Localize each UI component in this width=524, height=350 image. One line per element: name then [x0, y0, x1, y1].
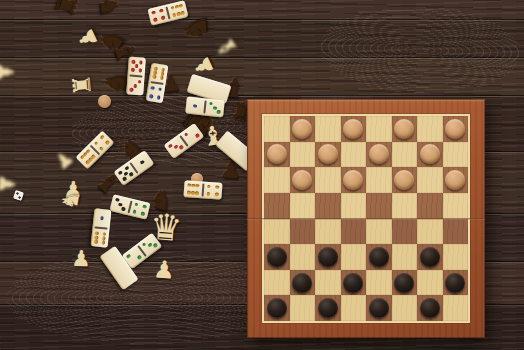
- checker-piece-light[interactable]: [343, 119, 363, 139]
- domino[interactable]: [146, 63, 169, 103]
- domino-pip: [161, 16, 166, 21]
- board-square[interactable]: [315, 193, 341, 219]
- domino-pip: [121, 207, 126, 212]
- domino-pip: [129, 88, 133, 92]
- chess-piece-light-pawn[interactable]: ♟: [0, 61, 16, 83]
- board-square[interactable]: [417, 193, 443, 219]
- board-square[interactable]: [366, 295, 392, 321]
- domino-pip: [213, 106, 217, 110]
- domino-pip: [99, 146, 104, 151]
- domino-pip: [101, 240, 105, 244]
- domino-half: [149, 63, 169, 84]
- domino-half: [129, 199, 151, 220]
- board-square[interactable]: [315, 219, 341, 245]
- domino-pip: [137, 255, 142, 260]
- board-square[interactable]: [366, 244, 392, 270]
- domino-pip: [115, 197, 120, 202]
- domino-pip: [195, 133, 200, 138]
- domino-pip: [130, 68, 134, 72]
- domino-pip: [132, 210, 137, 215]
- board-fold-line: [247, 218, 485, 220]
- board-square[interactable]: [417, 116, 443, 142]
- domino-pip: [178, 3, 183, 8]
- board-square[interactable]: [443, 167, 469, 193]
- chess-piece-dark-knight[interactable]: ♞: [96, 0, 122, 19]
- checker-piece-dark[interactable]: [394, 273, 414, 293]
- domino[interactable]: [126, 56, 146, 95]
- checker-piece-dark[interactable]: [369, 247, 389, 267]
- domino-pip: [99, 135, 104, 140]
- domino-pip: [157, 95, 161, 99]
- board-square[interactable]: [417, 295, 443, 321]
- domino-pip: [122, 177, 127, 182]
- board-square[interactable]: [443, 193, 469, 219]
- checker-piece-dark[interactable]: [292, 273, 312, 293]
- board-square[interactable]: [341, 219, 367, 245]
- domino-pip: [140, 212, 145, 217]
- chess-piece-light-bishop[interactable]: ♝: [211, 31, 243, 62]
- board-square[interactable]: [417, 167, 443, 193]
- domino[interactable]: [183, 180, 222, 200]
- board-square[interactable]: [290, 167, 316, 193]
- checker-piece-light[interactable]: [267, 144, 287, 164]
- board-square[interactable]: [315, 142, 341, 168]
- board-square[interactable]: [341, 270, 367, 296]
- domino-pip: [100, 216, 104, 220]
- chess-piece-light-rook[interactable]: ♜: [69, 73, 95, 97]
- board-square[interactable]: [315, 244, 341, 270]
- chess-piece-light-pawn[interactable]: ♟: [74, 24, 102, 51]
- domino-half: [91, 228, 110, 248]
- board-square[interactable]: [264, 142, 290, 168]
- domino-pip: [158, 87, 162, 91]
- board-square[interactable]: [264, 167, 290, 193]
- tabletop-scene: ♜♞♞♞♝♞♟♝♚♜♟♞♝♞♟♟♝♟♜♝♟♟♟♟♞♛♟♟: [0, 0, 524, 350]
- domino-pip: [180, 11, 185, 16]
- board-square[interactable]: [443, 295, 469, 321]
- domino-pip: [105, 140, 110, 145]
- chess-piece-light-pawn[interactable]: ♟: [51, 147, 78, 174]
- domino-half: [126, 76, 144, 95]
- domino-pip: [94, 141, 99, 146]
- domino-pip: [118, 170, 123, 175]
- domino-pip: [124, 165, 129, 170]
- domino-pip: [159, 8, 164, 13]
- domino-pip: [135, 64, 139, 68]
- domino-half: [148, 5, 170, 26]
- checker-piece-light[interactable]: [292, 170, 312, 190]
- domino-pip: [149, 94, 153, 98]
- checker-piece-light[interactable]: [292, 119, 312, 139]
- domino-pip: [184, 132, 189, 137]
- board-square[interactable]: [315, 116, 341, 142]
- domino[interactable]: [110, 194, 151, 220]
- board-square[interactable]: [366, 270, 392, 296]
- domino-pip: [216, 110, 220, 114]
- domino-half: [183, 180, 202, 198]
- domino-pip: [147, 242, 152, 247]
- domino-pip: [123, 171, 128, 176]
- domino-pip: [94, 239, 98, 243]
- board-square[interactable]: [290, 295, 316, 321]
- board-square[interactable]: [290, 142, 316, 168]
- board-square[interactable]: [341, 244, 367, 270]
- domino-half: [185, 97, 205, 116]
- checker-piece-dark[interactable]: [267, 247, 287, 267]
- board-square[interactable]: [264, 270, 290, 296]
- domino-pip: [138, 69, 142, 73]
- domino-pip: [209, 102, 213, 106]
- checker-piece-dark[interactable]: [420, 247, 440, 267]
- board-square[interactable]: [290, 244, 316, 270]
- board-square[interactable]: [417, 219, 443, 245]
- domino-pip: [134, 202, 139, 207]
- board-square[interactable]: [366, 219, 392, 245]
- loose-checker-disc[interactable]: [98, 95, 111, 108]
- board-square[interactable]: [443, 116, 469, 142]
- board-square[interactable]: [443, 142, 469, 168]
- checker-piece-light[interactable]: [445, 119, 465, 139]
- domino-pip: [195, 191, 199, 195]
- checker-piece-dark[interactable]: [445, 273, 465, 293]
- checker-piece-light[interactable]: [343, 170, 363, 190]
- chess-piece-light-pawn[interactable]: ♟: [71, 248, 91, 271]
- board-square[interactable]: [392, 295, 418, 321]
- domino-pip: [206, 192, 210, 196]
- chess-piece-dark-knight[interactable]: ♞: [180, 13, 212, 42]
- domino-half: [146, 82, 166, 103]
- domino-pip: [173, 144, 178, 149]
- checker-piece-dark[interactable]: [369, 298, 389, 318]
- checkers-board: [247, 99, 485, 338]
- board-square[interactable]: [366, 193, 392, 219]
- board-square[interactable]: [392, 244, 418, 270]
- board-square[interactable]: [290, 116, 316, 142]
- board-square[interactable]: [315, 295, 341, 321]
- chess-piece-dark-rook[interactable]: ♜: [50, 0, 81, 20]
- domino-pip: [151, 10, 156, 15]
- domino-pip: [207, 184, 211, 188]
- domino-pip: [179, 145, 184, 150]
- checker-piece-dark[interactable]: [318, 298, 338, 318]
- board-square[interactable]: [290, 270, 316, 296]
- board-square[interactable]: [264, 116, 290, 142]
- domino-pip: [126, 254, 131, 259]
- board-square[interactable]: [366, 142, 392, 168]
- checker-piece-dark[interactable]: [267, 298, 287, 318]
- checker-piece-dark[interactable]: [420, 298, 440, 318]
- checker-piece-dark[interactable]: [343, 273, 363, 293]
- die[interactable]: [12, 189, 23, 200]
- domino-pip: [153, 18, 158, 23]
- board-square[interactable]: [417, 270, 443, 296]
- board-square[interactable]: [392, 193, 418, 219]
- domino-pip: [152, 75, 156, 79]
- board-square[interactable]: [443, 244, 469, 270]
- checker-piece-light[interactable]: [369, 144, 389, 164]
- domino-pip: [153, 243, 158, 248]
- domino-pip: [137, 80, 141, 84]
- domino-pip: [118, 202, 123, 207]
- domino-pip: [150, 86, 154, 90]
- board-square[interactable]: [315, 270, 341, 296]
- board-square[interactable]: [366, 116, 392, 142]
- domino-pip: [131, 60, 135, 64]
- domino[interactable]: [91, 208, 112, 248]
- board-square[interactable]: [392, 219, 418, 245]
- checker-piece-light[interactable]: [394, 119, 414, 139]
- board-square[interactable]: [341, 116, 367, 142]
- board-square[interactable]: [392, 167, 418, 193]
- board-square[interactable]: [417, 244, 443, 270]
- board-square[interactable]: [366, 167, 392, 193]
- domino-pip: [215, 193, 219, 197]
- board-square[interactable]: [264, 295, 290, 321]
- board-square[interactable]: [443, 270, 469, 296]
- checker-piece-light[interactable]: [445, 170, 465, 190]
- domino-half: [203, 182, 222, 200]
- board-square[interactable]: [341, 142, 367, 168]
- board-square[interactable]: [443, 219, 469, 245]
- domino-pip: [215, 185, 219, 189]
- board-square[interactable]: [290, 193, 316, 219]
- domino-pip: [142, 242, 147, 247]
- board-square[interactable]: [341, 295, 367, 321]
- board-square[interactable]: [417, 142, 443, 168]
- chess-piece-light-pawn[interactable]: ♟: [152, 257, 175, 282]
- domino-pip: [139, 60, 143, 64]
- board-square[interactable]: [392, 270, 418, 296]
- domino-pip: [129, 172, 134, 177]
- board-square[interactable]: [264, 193, 290, 219]
- board-square[interactable]: [341, 167, 367, 193]
- board-square[interactable]: [392, 142, 418, 168]
- chess-piece-light-knight[interactable]: ♞: [58, 188, 83, 211]
- domino-pip: [168, 143, 173, 148]
- board-square[interactable]: [341, 193, 367, 219]
- domino-half: [205, 99, 225, 118]
- board-square[interactable]: [264, 244, 290, 270]
- checker-piece-light[interactable]: [394, 170, 414, 190]
- domino-pip: [139, 160, 144, 165]
- board-square[interactable]: [290, 219, 316, 245]
- checker-piece-dark[interactable]: [318, 247, 338, 267]
- domino-pip: [142, 204, 147, 209]
- checker-piece-light[interactable]: [420, 144, 440, 164]
- board-square[interactable]: [392, 116, 418, 142]
- checker-piece-light[interactable]: [318, 144, 338, 164]
- domino-half: [93, 208, 112, 228]
- board-square[interactable]: [264, 219, 290, 245]
- domino-pip: [193, 104, 197, 108]
- domino-pip: [196, 184, 200, 188]
- domino-half: [128, 56, 146, 75]
- domino-pip: [133, 84, 137, 88]
- board-square[interactable]: [315, 167, 341, 193]
- domino-pip: [160, 76, 164, 80]
